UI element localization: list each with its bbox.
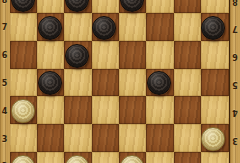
square-b6 — [37, 41, 64, 69]
square-e6[interactable] — [119, 41, 146, 69]
square-e5 — [119, 69, 146, 97]
rank-label-5-right: 5 — [230, 79, 240, 89]
rank-label-2-left: 2 — [0, 162, 9, 163]
checkers-board — [10, 0, 229, 163]
square-b8 — [37, 0, 64, 13]
rank-label-2-right: 2 — [230, 162, 240, 163]
square-e3 — [119, 124, 146, 152]
square-g4[interactable] — [174, 96, 201, 124]
square-a7 — [10, 13, 37, 41]
square-g8[interactable] — [174, 0, 201, 13]
rank-label-4-right: 4 — [230, 107, 240, 117]
square-h5[interactable] — [201, 69, 228, 97]
square-f2 — [146, 152, 173, 163]
checkers-board-view: 87654328765432 — [0, 0, 240, 163]
square-c4[interactable] — [64, 96, 91, 124]
rank-label-3-right: 3 — [230, 135, 240, 145]
square-b2 — [37, 152, 64, 163]
square-g3 — [174, 124, 201, 152]
square-f8 — [146, 0, 173, 13]
square-h2 — [201, 152, 228, 163]
rank-label-6-right: 6 — [230, 51, 240, 61]
square-d5[interactable] — [92, 69, 119, 97]
square-g2[interactable] — [174, 152, 201, 163]
rank-label-3-left: 3 — [0, 135, 9, 145]
rank-label-7-left: 7 — [0, 23, 9, 33]
square-f3[interactable] — [146, 124, 173, 152]
square-b3[interactable] — [37, 124, 64, 152]
square-g7 — [174, 13, 201, 41]
square-d2 — [92, 152, 119, 163]
square-a3 — [10, 124, 37, 152]
square-c5 — [64, 69, 91, 97]
square-d3[interactable] — [92, 124, 119, 152]
square-g5 — [174, 69, 201, 97]
square-f7[interactable] — [146, 13, 173, 41]
rank-label-6-left: 6 — [0, 51, 9, 61]
square-c3 — [64, 124, 91, 152]
square-a6[interactable] — [10, 41, 37, 69]
square-e7 — [119, 13, 146, 41]
rank-label-8-right: 8 — [230, 0, 240, 6]
square-f4 — [146, 96, 173, 124]
square-d4 — [92, 96, 119, 124]
square-e4[interactable] — [119, 96, 146, 124]
white-man-h3[interactable] — [201, 127, 225, 151]
square-b4 — [37, 96, 64, 124]
square-d8 — [92, 0, 119, 13]
square-h4 — [201, 96, 228, 124]
black-man-c6[interactable] — [65, 44, 89, 68]
square-a5 — [10, 69, 37, 97]
square-f6 — [146, 41, 173, 69]
rank-label-4-left: 4 — [0, 107, 9, 117]
rank-label-5-left: 5 — [0, 79, 9, 89]
rank-label-8-left: 8 — [0, 0, 9, 6]
square-h8 — [201, 0, 228, 13]
black-man-f5[interactable] — [147, 71, 171, 95]
rank-label-7-right: 7 — [230, 23, 240, 33]
black-man-h7[interactable] — [201, 16, 225, 40]
square-c7 — [64, 13, 91, 41]
square-g6[interactable] — [174, 41, 201, 69]
black-man-b7[interactable] — [38, 16, 62, 40]
square-d6 — [92, 41, 119, 69]
square-h6 — [201, 41, 228, 69]
